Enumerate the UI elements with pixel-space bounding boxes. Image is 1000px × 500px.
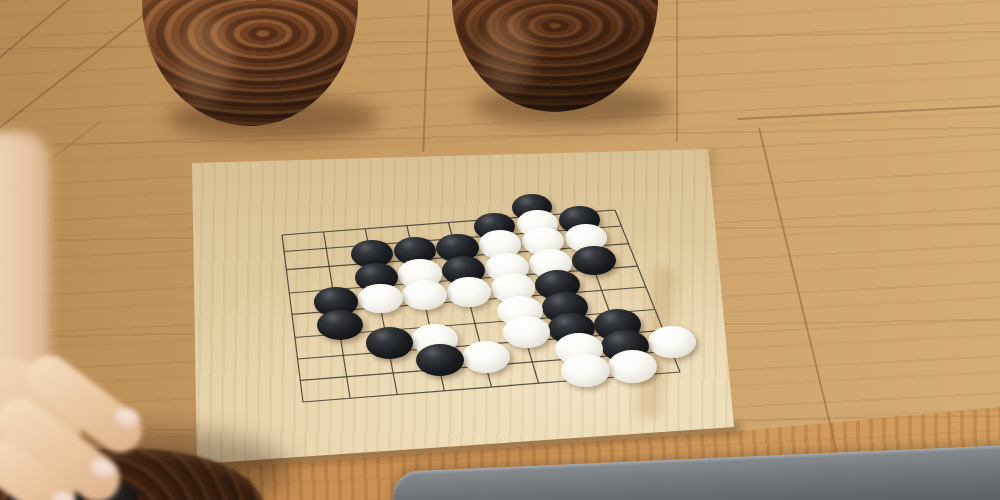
plank-seam xyxy=(737,105,1000,120)
white-go-stone xyxy=(358,284,403,314)
white-go-stone xyxy=(447,277,492,307)
black-go-stone xyxy=(416,344,464,376)
black-go-stone xyxy=(317,310,363,341)
hand-shadow xyxy=(30,430,290,500)
white-go-stone xyxy=(503,316,550,347)
fingernail xyxy=(112,405,142,430)
go-game-photo xyxy=(0,0,1000,500)
player-arm xyxy=(0,132,50,432)
white-go-stone xyxy=(608,350,657,383)
white-go-stone xyxy=(402,280,447,310)
black-go-stone xyxy=(572,246,615,275)
bowl-highlight xyxy=(176,18,234,102)
plank-seam xyxy=(676,0,678,142)
white-go-stone xyxy=(462,341,510,373)
white-go-stone xyxy=(561,354,610,387)
bowl-highlight xyxy=(482,14,534,90)
plank-seam-corner xyxy=(0,11,148,130)
plank-seam xyxy=(422,0,429,152)
white-go-stone xyxy=(648,326,696,358)
plank-seam-corner xyxy=(0,0,72,60)
black-go-stone xyxy=(366,327,413,358)
